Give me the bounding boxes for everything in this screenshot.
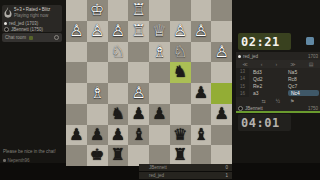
top-player-color-icon <box>238 55 241 58</box>
move-number: 15 <box>236 83 249 90</box>
black-move[interactable]: Na5 <box>284 69 319 75</box>
white-move[interactable]: Re2 <box>249 83 284 89</box>
bottom-player-rating: 1750 <box>308 106 318 111</box>
square-h2[interactable]: ♙ <box>66 21 87 42</box>
crosstable: JBennett0red_jed1 <box>139 164 232 180</box>
piece-P-b2: ♙ <box>191 21 212 42</box>
chat-status-icon <box>29 36 33 40</box>
square-a5[interactable] <box>211 83 232 104</box>
move-number: 13 <box>236 68 249 75</box>
square-d3[interactable]: ♗ <box>149 42 170 63</box>
black-move[interactable]: Nc4 <box>288 90 319 96</box>
square-c8[interactable]: ♜ <box>170 145 191 166</box>
piece-P-f2: ♙ <box>108 21 129 42</box>
piece-n-c4: ♞ <box>170 62 191 83</box>
square-c4[interactable]: ♞ <box>170 62 191 83</box>
square-a6[interactable]: ♟ <box>211 104 232 125</box>
piece-p-h7: ♟ <box>66 125 87 146</box>
piece-Q-d2: ♕ <box>149 21 170 42</box>
first-move-button[interactable]: ≪ <box>243 60 248 68</box>
white-move[interactable]: Qd2 <box>249 76 284 82</box>
square-e5[interactable]: ♙ <box>128 83 149 104</box>
square-a3[interactable]: ♙ <box>211 42 232 63</box>
square-c6[interactable] <box>170 104 191 125</box>
square-h6[interactable] <box>66 104 87 125</box>
square-f4[interactable] <box>108 62 129 83</box>
prev-move-button[interactable]: ‹ <box>261 60 263 68</box>
square-b6[interactable] <box>191 104 212 125</box>
chat-toggle[interactable] <box>54 35 59 40</box>
analysis-board-icon[interactable] <box>306 37 314 45</box>
square-c7[interactable]: ♛ <box>170 125 191 146</box>
square-d7[interactable] <box>149 125 170 146</box>
bottom-player-name: JBennett <box>245 106 306 111</box>
square-e2[interactable]: ♖ <box>128 21 149 42</box>
square-e7[interactable]: ♝ <box>128 125 149 146</box>
square-a4[interactable] <box>211 62 232 83</box>
board-menu-button[interactable]: ▤ <box>309 60 314 68</box>
square-e8[interactable] <box>128 145 149 166</box>
square-g2[interactable]: ♙ <box>87 21 108 42</box>
piece-R-e1: ♖ <box>128 0 149 21</box>
crosstable-score: 0 <box>225 165 228 170</box>
piece-N-c3: ♘ <box>170 42 191 63</box>
square-f8[interactable]: ♜ <box>108 145 129 166</box>
square-g3[interactable] <box>87 42 108 63</box>
crosstable-player-name: JBennett <box>149 165 225 170</box>
crosstable-row[interactable]: red_jed1 <box>139 172 232 179</box>
accent-divider <box>236 111 320 113</box>
piece-N-f3: ♘ <box>108 42 129 63</box>
bottom-player-clock: 04:01 <box>238 114 291 131</box>
move-row-16: 16a3Nc4 <box>236 90 320 97</box>
square-c5[interactable] <box>170 83 191 104</box>
square-d6[interactable]: ♟ <box>149 104 170 125</box>
square-e6[interactable]: ♟ <box>128 104 149 125</box>
blitz-flame-icon <box>4 7 12 18</box>
square-e4[interactable] <box>128 62 149 83</box>
top-player-bar: red_jed 1703 <box>238 52 318 60</box>
square-b2[interactable]: ♙ <box>191 21 212 42</box>
square-e1[interactable]: ♖ <box>128 0 149 21</box>
square-b5[interactable]: ♟ <box>191 83 212 104</box>
square-g6[interactable] <box>87 104 108 125</box>
piece-p-e6: ♟ <box>128 104 149 125</box>
black-player-name: JBennett (1750) <box>11 27 43 32</box>
move-number: 14 <box>236 75 249 82</box>
square-f6[interactable]: ♞ <box>108 104 129 125</box>
square-f1[interactable] <box>108 0 129 21</box>
square-g4[interactable] <box>87 62 108 83</box>
piece-r-c8: ♜ <box>170 145 191 166</box>
square-b7[interactable]: ♝ <box>191 125 212 146</box>
square-g5[interactable]: ♗ <box>87 83 108 104</box>
chess-board: ♔♖♙♙♙♖♕♙♙♘♗♘♙♞♗♙♟♞♟♟♟♟♟♟♝♛♝♚♜♜ <box>66 0 232 166</box>
piece-r-f8: ♜ <box>108 145 129 166</box>
piece-K-g1: ♔ <box>87 0 108 21</box>
piece-q-c7: ♛ <box>170 125 191 146</box>
square-f5[interactable] <box>108 83 129 104</box>
square-e3[interactable] <box>128 42 149 63</box>
chat-notice: Please be nice in the chat! <box>3 149 56 154</box>
square-a1[interactable] <box>211 0 232 21</box>
crosstable-score: 1 <box>225 173 228 178</box>
piece-P-a3: ♙ <box>211 42 232 63</box>
piece-b-e7: ♝ <box>128 125 149 146</box>
square-d5[interactable] <box>149 83 170 104</box>
square-a7[interactable] <box>211 125 232 146</box>
black-move[interactable]: Rc8 <box>284 76 319 82</box>
move-row-15: 15Re2Qc7 <box>236 83 320 90</box>
piece-p-f7: ♟ <box>108 125 129 146</box>
square-d2[interactable]: ♕ <box>149 21 170 42</box>
move-controls: ≪‹›≫▤ <box>236 60 320 68</box>
piece-p-d6: ♟ <box>149 104 170 125</box>
piece-B-d3: ♗ <box>149 42 170 63</box>
piece-p-a6: ♟ <box>211 104 232 125</box>
move-row-14: 14Qd2Rc8 <box>236 75 320 82</box>
square-c3[interactable]: ♘ <box>170 42 191 63</box>
square-h4[interactable] <box>66 62 87 83</box>
crosstable-player-name: red_jed <box>149 173 225 178</box>
piece-P-g2: ♙ <box>87 21 108 42</box>
piece-B-g5: ♗ <box>87 83 108 104</box>
square-b4[interactable] <box>191 62 212 83</box>
square-b1[interactable] <box>191 0 212 21</box>
white-move[interactable]: a3 <box>249 90 284 96</box>
square-g7[interactable]: ♟ <box>87 125 108 146</box>
top-player-rating: 1703 <box>308 54 318 59</box>
game-status-label: Playing right now <box>14 13 50 19</box>
piece-P-h2: ♙ <box>66 21 87 42</box>
square-g8[interactable]: ♚ <box>87 145 108 166</box>
square-b8[interactable] <box>191 145 212 166</box>
black-move[interactable]: Qc7 <box>284 83 319 89</box>
square-d8[interactable] <box>149 145 170 166</box>
square-h8[interactable] <box>66 145 87 166</box>
square-f3[interactable]: ♘ <box>108 42 129 63</box>
chat-room-tab[interactable]: Chat room <box>5 35 26 40</box>
square-g1[interactable]: ♔ <box>87 0 108 21</box>
white-color-icon <box>4 22 7 25</box>
square-d1[interactable] <box>149 0 170 21</box>
square-f7[interactable]: ♟ <box>108 125 129 146</box>
top-player-name: red_jed <box>243 54 306 59</box>
piece-R-e2: ♖ <box>128 21 149 42</box>
piece-p-g7: ♟ <box>87 125 108 146</box>
piece-P-e5: ♙ <box>128 83 149 104</box>
square-c1[interactable] <box>170 0 191 21</box>
piece-n-f6: ♞ <box>108 104 129 125</box>
move-list: 13Bd3Na514Qd2Rc815Re2Qc716a3Nc4 <box>236 68 320 97</box>
move-number: 16 <box>236 90 249 97</box>
square-b3[interactable] <box>191 42 212 63</box>
square-h7[interactable]: ♟ <box>66 125 87 146</box>
black-color-icon <box>4 27 9 32</box>
white-move[interactable]: Bd3 <box>249 69 284 75</box>
square-a2[interactable] <box>211 21 232 42</box>
white-player-name: red_jed (1703) <box>9 21 38 26</box>
square-f2[interactable]: ♙ <box>108 21 129 42</box>
move-row-13: 13Bd3Na5 <box>236 68 320 75</box>
piece-p-b5: ♟ <box>191 83 212 104</box>
square-h1[interactable] <box>66 0 87 21</box>
bottom-player-color-icon <box>238 106 243 111</box>
next-move-button[interactable]: › <box>276 60 278 68</box>
last-move-button[interactable]: ≫ <box>290 60 295 68</box>
top-player-clock: 02:21 <box>238 33 291 50</box>
piece-P-c2: ♙ <box>170 21 191 42</box>
square-d4[interactable] <box>149 62 170 83</box>
black-player-row[interactable]: JBennett (1750) <box>4 26 60 32</box>
square-c2[interactable]: ♙ <box>170 21 191 42</box>
game-info-box: 5+3 • Rated • Blitz Playing right now re… <box>2 5 62 32</box>
chat-tab-bar: Chat room <box>2 33 62 42</box>
piece-b-b7: ♝ <box>191 125 212 146</box>
crosstable-row[interactable]: JBennett0 <box>139 164 232 171</box>
square-h3[interactable] <box>66 42 87 63</box>
piece-k-g8: ♚ <box>87 145 108 166</box>
square-a8[interactable] <box>211 145 232 166</box>
square-h5[interactable] <box>66 83 87 104</box>
chat-user-icon <box>3 159 6 162</box>
